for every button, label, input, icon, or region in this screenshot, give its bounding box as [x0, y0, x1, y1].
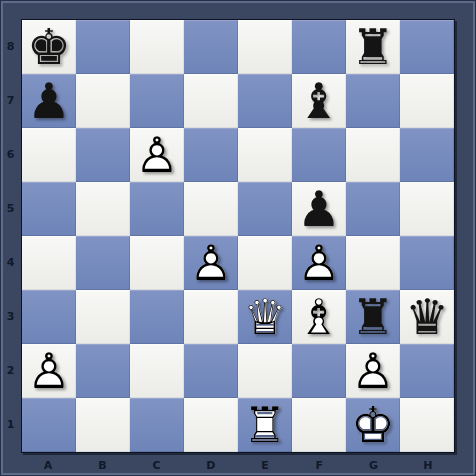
square-c8[interactable] [130, 20, 184, 74]
square-g3[interactable]: ♜ [346, 290, 400, 344]
rank-label-7: 7 [0, 73, 21, 127]
square-d2[interactable] [184, 344, 238, 398]
square-a7[interactable]: ♟ [22, 74, 76, 128]
white-pawn[interactable]: ♟♙ [292, 236, 346, 290]
square-g7[interactable] [346, 74, 400, 128]
white-pawn-glyph: ♙ [184, 236, 238, 290]
square-b6[interactable] [76, 128, 130, 182]
square-b3[interactable] [76, 290, 130, 344]
rank-label-8: 8 [0, 19, 21, 73]
black-pawn[interactable]: ♟ [22, 74, 76, 128]
white-pawn[interactable]: ♟♙ [346, 344, 400, 398]
square-h7[interactable] [400, 74, 454, 128]
black-bishop-glyph: ♝ [292, 74, 346, 128]
square-c1[interactable] [130, 398, 184, 452]
rank-label-5: 5 [0, 181, 21, 235]
square-b8[interactable] [76, 20, 130, 74]
square-a8[interactable]: ♚ [22, 20, 76, 74]
file-label-c: C [130, 455, 184, 476]
square-b1[interactable] [76, 398, 130, 452]
square-h2[interactable] [400, 344, 454, 398]
white-pawn[interactable]: ♟♙ [130, 128, 184, 182]
square-f2[interactable] [292, 344, 346, 398]
black-pawn[interactable]: ♟ [292, 182, 346, 236]
square-c5[interactable] [130, 182, 184, 236]
square-h1[interactable] [400, 398, 454, 452]
rank-label-6: 6 [0, 127, 21, 181]
square-h5[interactable] [400, 182, 454, 236]
square-g5[interactable] [346, 182, 400, 236]
square-e7[interactable] [238, 74, 292, 128]
white-pawn[interactable]: ♟♙ [22, 344, 76, 398]
square-e4[interactable] [238, 236, 292, 290]
square-g1[interactable]: ♚♔ [346, 398, 400, 452]
white-bishop[interactable]: ♝♗ [292, 290, 346, 344]
square-d4[interactable]: ♟♙ [184, 236, 238, 290]
file-label-a: A [21, 455, 75, 476]
square-c3[interactable] [130, 290, 184, 344]
rank-labels: 8 7 6 5 4 3 2 1 [0, 19, 21, 451]
black-pawn-glyph: ♟ [292, 182, 346, 236]
square-a4[interactable] [22, 236, 76, 290]
black-king[interactable]: ♚ [22, 20, 76, 74]
square-d7[interactable] [184, 74, 238, 128]
square-c4[interactable] [130, 236, 184, 290]
square-f4[interactable]: ♟♙ [292, 236, 346, 290]
square-b4[interactable] [76, 236, 130, 290]
square-b2[interactable] [76, 344, 130, 398]
square-g8[interactable]: ♜ [346, 20, 400, 74]
file-label-g: G [347, 455, 401, 476]
square-h4[interactable] [400, 236, 454, 290]
square-f8[interactable] [292, 20, 346, 74]
square-c6[interactable]: ♟♙ [130, 128, 184, 182]
white-king[interactable]: ♚♔ [346, 398, 400, 452]
square-b7[interactable] [76, 74, 130, 128]
square-d5[interactable] [184, 182, 238, 236]
square-h3[interactable]: ♛ [400, 290, 454, 344]
square-g2[interactable]: ♟♙ [346, 344, 400, 398]
square-h6[interactable] [400, 128, 454, 182]
board-grid: ♚♜♟♝♟♙♟♟♙♟♙♛♕♝♗♜♛♟♙♟♙♜♖♚♔ [21, 19, 455, 453]
white-rook[interactable]: ♜♖ [238, 398, 292, 452]
square-f3[interactable]: ♝♗ [292, 290, 346, 344]
white-queen-glyph: ♕ [238, 290, 292, 344]
square-f6[interactable] [292, 128, 346, 182]
square-a1[interactable] [22, 398, 76, 452]
square-b5[interactable] [76, 182, 130, 236]
rank-label-1: 1 [0, 397, 21, 451]
square-g6[interactable] [346, 128, 400, 182]
square-c2[interactable] [130, 344, 184, 398]
square-f1[interactable] [292, 398, 346, 452]
white-bishop-glyph: ♗ [292, 290, 346, 344]
square-a6[interactable] [22, 128, 76, 182]
white-rook-glyph: ♖ [238, 398, 292, 452]
file-label-b: B [75, 455, 129, 476]
rank-label-2: 2 [0, 343, 21, 397]
white-pawn[interactable]: ♟♙ [184, 236, 238, 290]
square-a2[interactable]: ♟♙ [22, 344, 76, 398]
square-f5[interactable]: ♟ [292, 182, 346, 236]
white-pawn-glyph: ♙ [130, 128, 184, 182]
white-pawn-glyph: ♙ [292, 236, 346, 290]
white-queen[interactable]: ♛♕ [238, 290, 292, 344]
square-c7[interactable] [130, 74, 184, 128]
black-rook-glyph: ♜ [346, 290, 400, 344]
chessboard-frame: 8 7 6 5 4 3 2 1 ♚♜♟♝♟♙♟♟♙♟♙♛♕♝♗♜♛♟♙♟♙♜♖♚… [0, 0, 476, 476]
square-e1[interactable]: ♜♖ [238, 398, 292, 452]
square-d8[interactable] [184, 20, 238, 74]
black-rook[interactable]: ♜ [346, 20, 400, 74]
rank-label-4: 4 [0, 235, 21, 289]
black-rook[interactable]: ♜ [346, 290, 400, 344]
white-pawn-glyph: ♙ [346, 344, 400, 398]
square-d3[interactable] [184, 290, 238, 344]
square-e6[interactable] [238, 128, 292, 182]
rank-label-3: 3 [0, 289, 21, 343]
square-f7[interactable]: ♝ [292, 74, 346, 128]
square-d6[interactable] [184, 128, 238, 182]
square-a5[interactable] [22, 182, 76, 236]
black-queen[interactable]: ♛ [400, 290, 454, 344]
black-pawn-glyph: ♟ [22, 74, 76, 128]
black-bishop[interactable]: ♝ [292, 74, 346, 128]
square-e3[interactable]: ♛♕ [238, 290, 292, 344]
black-rook-glyph: ♜ [346, 20, 400, 74]
white-king-glyph: ♔ [346, 398, 400, 452]
file-labels: A B C D E F G H [21, 455, 455, 476]
square-a3[interactable] [22, 290, 76, 344]
black-king-glyph: ♚ [22, 20, 76, 74]
square-e8[interactable] [238, 20, 292, 74]
white-pawn-glyph: ♙ [22, 344, 76, 398]
square-g4[interactable] [346, 236, 400, 290]
file-label-f: F [292, 455, 346, 476]
file-label-h: H [401, 455, 455, 476]
square-e5[interactable] [238, 182, 292, 236]
file-label-e: E [238, 455, 292, 476]
square-h8[interactable] [400, 20, 454, 74]
file-label-d: D [184, 455, 238, 476]
square-d1[interactable] [184, 398, 238, 452]
square-e2[interactable] [238, 344, 292, 398]
black-queen-glyph: ♛ [400, 290, 454, 344]
